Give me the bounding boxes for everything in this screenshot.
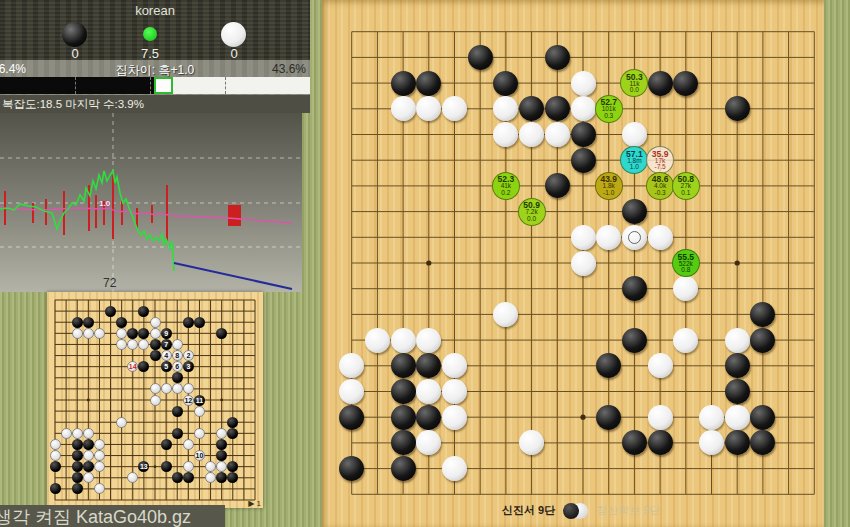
candidate-score: 0.3 bbox=[604, 113, 613, 120]
black-stone bbox=[622, 276, 647, 301]
black-stone bbox=[468, 45, 493, 70]
candidate-score: 0.0 bbox=[527, 216, 536, 223]
candidate-score: 1.0 bbox=[630, 164, 639, 171]
white-stone bbox=[94, 450, 105, 461]
black-stone bbox=[391, 405, 416, 430]
black-stone bbox=[622, 199, 647, 224]
black-stone bbox=[150, 350, 161, 361]
white-stone bbox=[116, 417, 127, 428]
winrate-graph-canvas bbox=[0, 113, 302, 292]
variation-move-number: 11 bbox=[196, 397, 203, 404]
white-stone bbox=[416, 328, 441, 353]
black-stone bbox=[172, 472, 183, 483]
white-stone bbox=[116, 328, 127, 339]
white-stone bbox=[622, 122, 647, 147]
black-stone-move-5: 5 bbox=[161, 361, 172, 372]
black-stone bbox=[161, 461, 172, 472]
white-stone bbox=[216, 428, 227, 439]
white-stone bbox=[725, 405, 750, 430]
black-stone bbox=[172, 372, 183, 383]
candidate-move-52.3[interactable]: 52.341k0.2 bbox=[492, 172, 520, 200]
engine-status-bar: 생각 켜짐 KataGo40b.gz bbox=[0, 505, 225, 527]
white-stone bbox=[83, 450, 94, 461]
player-bar: 신진서 9단 창산학보 9단 bbox=[502, 501, 782, 520]
white-player-name: 창산학보 9단 bbox=[596, 503, 660, 518]
black-stone bbox=[416, 405, 441, 430]
black-stone bbox=[391, 456, 416, 481]
white-stone bbox=[596, 225, 621, 250]
white-capture-count: 0 bbox=[214, 46, 254, 61]
black-stone-move-9: 9 bbox=[161, 328, 172, 339]
white-stone bbox=[571, 96, 596, 121]
black-stone bbox=[50, 483, 61, 494]
white-stone bbox=[648, 353, 673, 378]
black-stone bbox=[648, 430, 673, 455]
candidate-move-52.7[interactable]: 52.7101k0.3 bbox=[595, 95, 623, 123]
white-stone bbox=[194, 406, 205, 417]
variation-move-number: 3 bbox=[186, 363, 190, 370]
black-stone bbox=[725, 430, 750, 455]
black-stone bbox=[493, 71, 518, 96]
black-stone bbox=[138, 306, 149, 317]
black-stone bbox=[83, 439, 94, 450]
black-stone bbox=[172, 428, 183, 439]
black-stone-move-11: 11 bbox=[194, 395, 205, 406]
variation-move-number: 6 bbox=[175, 363, 179, 370]
white-stone-move-4: 4 bbox=[161, 350, 172, 361]
white-stone-move-8: 8 bbox=[172, 350, 183, 361]
black-stone bbox=[227, 417, 238, 428]
black-stone bbox=[673, 71, 698, 96]
black-stone bbox=[725, 96, 750, 121]
winrate-tick bbox=[225, 77, 226, 94]
white-stone bbox=[72, 428, 83, 439]
white-stone bbox=[519, 122, 544, 147]
rule-label: korean bbox=[0, 3, 310, 18]
graph-score-label: 1.0 bbox=[99, 199, 110, 208]
engine-status-text: 생각 켜짐 KataGo40b.gz bbox=[0, 505, 191, 527]
black-stone bbox=[83, 461, 94, 472]
black-stone bbox=[72, 461, 83, 472]
white-stone-move-6: 6 bbox=[172, 361, 183, 372]
white-stone bbox=[94, 328, 105, 339]
candidate-move-50.9[interactable]: 50.97.2k0.0 bbox=[518, 198, 546, 226]
winrate-tick bbox=[150, 77, 151, 94]
black-stone bbox=[571, 148, 596, 173]
black-stone bbox=[72, 439, 83, 450]
black-stone bbox=[391, 430, 416, 455]
variation-move-number: 7 bbox=[164, 341, 168, 348]
white-stone bbox=[83, 328, 94, 339]
candidate-score: -0.3 bbox=[654, 190, 665, 197]
variation-move-number: 12 bbox=[184, 397, 192, 404]
white-stone bbox=[365, 328, 390, 353]
black-stone bbox=[391, 379, 416, 404]
white-stone bbox=[699, 405, 724, 430]
black-stone bbox=[391, 353, 416, 378]
black-stone bbox=[72, 472, 83, 483]
variation-move-number: 5 bbox=[164, 363, 168, 370]
black-stone bbox=[725, 379, 750, 404]
white-stone bbox=[622, 225, 647, 250]
candidate-score: 0.0 bbox=[630, 87, 639, 94]
white-stone bbox=[161, 383, 172, 394]
black-stone bbox=[750, 328, 775, 353]
white-stone bbox=[183, 461, 194, 472]
black-stone bbox=[161, 439, 172, 450]
black-stone-move-7: 7 bbox=[161, 339, 172, 350]
candidate-score: 0.2 bbox=[501, 190, 510, 197]
complexity-info-line: 복잡도:18.5 마지막 수:3.9% bbox=[0, 95, 310, 113]
candidate-score: 0.1 bbox=[681, 190, 690, 197]
black-stone bbox=[545, 96, 570, 121]
black-stone bbox=[216, 328, 227, 339]
white-stone bbox=[150, 328, 161, 339]
variation-board[interactable]: 234567891011121314 ▶ 1 bbox=[47, 292, 263, 508]
candidate-move-48.6[interactable]: 48.64.0k-0.3 bbox=[646, 172, 674, 200]
white-stone bbox=[442, 379, 467, 404]
variation-move-number: 13 bbox=[140, 463, 148, 470]
white-stone bbox=[725, 328, 750, 353]
white-stone bbox=[673, 328, 698, 353]
black-stone bbox=[622, 328, 647, 353]
white-stone bbox=[442, 405, 467, 430]
candidate-move-43.9[interactable]: 43.91.8k-1.0 bbox=[595, 172, 623, 200]
white-stone bbox=[50, 439, 61, 450]
black-stone bbox=[183, 317, 194, 328]
white-stone-move-12: 12 bbox=[183, 395, 194, 406]
white-stone bbox=[648, 225, 673, 250]
black-stone bbox=[648, 71, 673, 96]
current-move-number: 72 bbox=[103, 276, 116, 290]
white-stone bbox=[183, 439, 194, 450]
black-stone bbox=[391, 71, 416, 96]
candidate-score: -1.0 bbox=[603, 190, 614, 197]
black-stone bbox=[116, 317, 127, 328]
white-stone bbox=[50, 450, 61, 461]
black-stone bbox=[172, 406, 183, 417]
variation-move-number: 2 bbox=[186, 352, 190, 359]
candidate-move-50.8[interactable]: 50.827k0.1 bbox=[672, 172, 700, 200]
white-stone bbox=[545, 122, 570, 147]
variation-move-number: 14 bbox=[129, 363, 137, 370]
variation-move-number: 10 bbox=[196, 452, 204, 459]
white-stone bbox=[391, 328, 416, 353]
white-stone bbox=[648, 405, 673, 430]
black-capture-count: 0 bbox=[55, 46, 95, 61]
white-stone bbox=[571, 225, 596, 250]
white-stone-move-2: 2 bbox=[183, 350, 194, 361]
white-stone bbox=[150, 383, 161, 394]
candidate-score: -7.5 bbox=[654, 164, 665, 171]
black-stone bbox=[72, 450, 83, 461]
katago-analysis-app: { "game": "go", "board_size": 19, "posit… bbox=[0, 0, 850, 527]
candidate-score: 0.8 bbox=[681, 267, 690, 274]
white-stone bbox=[172, 339, 183, 350]
black-stone bbox=[725, 353, 750, 378]
winrate-tick bbox=[75, 77, 76, 94]
variation-move-number: 4 bbox=[164, 352, 168, 359]
black-stone-icon bbox=[62, 22, 87, 47]
black-stone bbox=[72, 317, 83, 328]
winrate-graph[interactable]: 1.0 72 bbox=[0, 113, 302, 292]
white-stone bbox=[571, 251, 596, 276]
black-stone bbox=[50, 461, 61, 472]
white-stone-icon bbox=[221, 22, 246, 47]
white-stone bbox=[571, 71, 596, 96]
black-player-name: 신진서 9단 bbox=[502, 503, 555, 518]
variation-move-number: 8 bbox=[175, 352, 179, 359]
black-stone bbox=[194, 317, 205, 328]
capture-komi-panel: korean 0 7.5 0 bbox=[0, 0, 310, 60]
black-stone bbox=[339, 405, 364, 430]
main-go-board[interactable]: 50.311k0.052.7101k0.357.11.8m1.035.917k-… bbox=[322, 0, 824, 527]
white-stone bbox=[94, 439, 105, 450]
black-stone bbox=[150, 339, 161, 350]
white-stone bbox=[150, 317, 161, 328]
candidate-move-55.5[interactable]: 55.5522k0.8 bbox=[672, 249, 700, 277]
white-stone bbox=[442, 456, 467, 481]
white-stone bbox=[61, 428, 72, 439]
black-stone-move-3: 3 bbox=[183, 361, 194, 372]
white-winrate-percent: 43.6% bbox=[272, 62, 306, 76]
komi-dot-icon bbox=[143, 27, 157, 41]
white-stone bbox=[83, 428, 94, 439]
variation-move-number: 9 bbox=[164, 330, 168, 337]
winrate-bar[interactable] bbox=[0, 77, 310, 94]
komi-value: 7.5 bbox=[130, 46, 170, 61]
black-stone bbox=[83, 317, 94, 328]
white-stone bbox=[150, 395, 161, 406]
white-stone bbox=[391, 96, 416, 121]
black-stone bbox=[596, 405, 621, 430]
black-stone bbox=[545, 45, 570, 70]
white-stone bbox=[72, 328, 83, 339]
last-move-marker bbox=[628, 231, 641, 244]
black-stone bbox=[750, 405, 775, 430]
white-stone-move-10: 10 bbox=[194, 450, 205, 461]
black-player-stone-icon bbox=[563, 503, 579, 519]
black-stone bbox=[416, 71, 441, 96]
white-stone bbox=[194, 428, 205, 439]
black-stone bbox=[105, 306, 116, 317]
variation-nav-label[interactable]: ▶ 1 bbox=[248, 499, 261, 508]
winrate-black-segment bbox=[0, 77, 154, 94]
black-stone bbox=[571, 122, 596, 147]
winrate-cursor-segment bbox=[154, 77, 173, 94]
